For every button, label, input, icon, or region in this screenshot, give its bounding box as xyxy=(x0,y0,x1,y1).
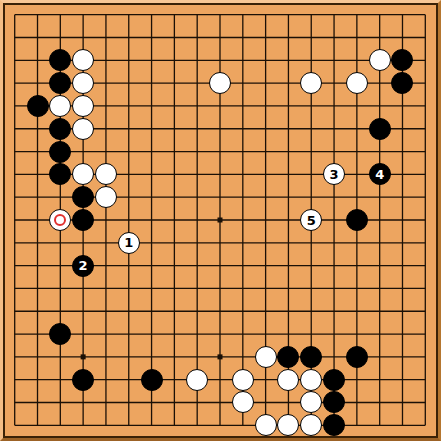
stone-black xyxy=(49,163,71,185)
stone-white xyxy=(300,369,322,391)
stone-black xyxy=(49,49,71,71)
stone-black xyxy=(323,391,345,413)
stone-black xyxy=(72,369,94,391)
move-number: 5 xyxy=(301,210,321,230)
stone-black xyxy=(49,72,71,94)
stone-black xyxy=(49,323,71,345)
stone-black xyxy=(72,209,94,231)
move-number: 2 xyxy=(73,256,93,276)
stone-black xyxy=(323,414,345,436)
stone-white xyxy=(232,369,254,391)
stone-black xyxy=(277,346,299,368)
stone-black: 4 xyxy=(369,163,391,185)
stone-white: 3 xyxy=(323,163,345,185)
stone-white xyxy=(49,95,71,117)
stone-white xyxy=(300,72,322,94)
stone-black xyxy=(369,118,391,140)
move-number: 4 xyxy=(370,164,390,184)
stone-white xyxy=(72,72,94,94)
move-number: 1 xyxy=(119,233,139,253)
stone-white xyxy=(255,414,277,436)
stone-black xyxy=(323,369,345,391)
stone-white: 5 xyxy=(300,209,322,231)
stone-white xyxy=(300,391,322,413)
stones-layer: 34512 xyxy=(0,0,441,441)
go-board: 34512 xyxy=(0,0,441,441)
stone-white xyxy=(300,414,322,436)
stone-black xyxy=(72,186,94,208)
stone-white xyxy=(232,391,254,413)
stone-black xyxy=(391,72,413,94)
stone-white: 1 xyxy=(118,232,140,254)
stone-white xyxy=(72,95,94,117)
stone-black xyxy=(300,346,322,368)
stone-white xyxy=(95,186,117,208)
stone-black xyxy=(346,346,368,368)
stone-white xyxy=(95,163,117,185)
stone-white xyxy=(72,118,94,140)
stone-white xyxy=(255,346,277,368)
stone-white xyxy=(209,72,231,94)
stone-black xyxy=(346,209,368,231)
stone-black xyxy=(49,141,71,163)
stone-white xyxy=(369,49,391,71)
stone-white xyxy=(49,209,71,231)
stone-black xyxy=(27,95,49,117)
stone-black xyxy=(141,369,163,391)
stone-black xyxy=(391,49,413,71)
stone-white xyxy=(346,72,368,94)
stone-black xyxy=(49,118,71,140)
circle-mark xyxy=(54,214,66,226)
stone-white xyxy=(277,414,299,436)
move-number: 3 xyxy=(324,164,344,184)
stone-black: 2 xyxy=(72,255,94,277)
stone-white xyxy=(72,163,94,185)
stone-white xyxy=(277,369,299,391)
stone-white xyxy=(72,49,94,71)
stone-white xyxy=(186,369,208,391)
